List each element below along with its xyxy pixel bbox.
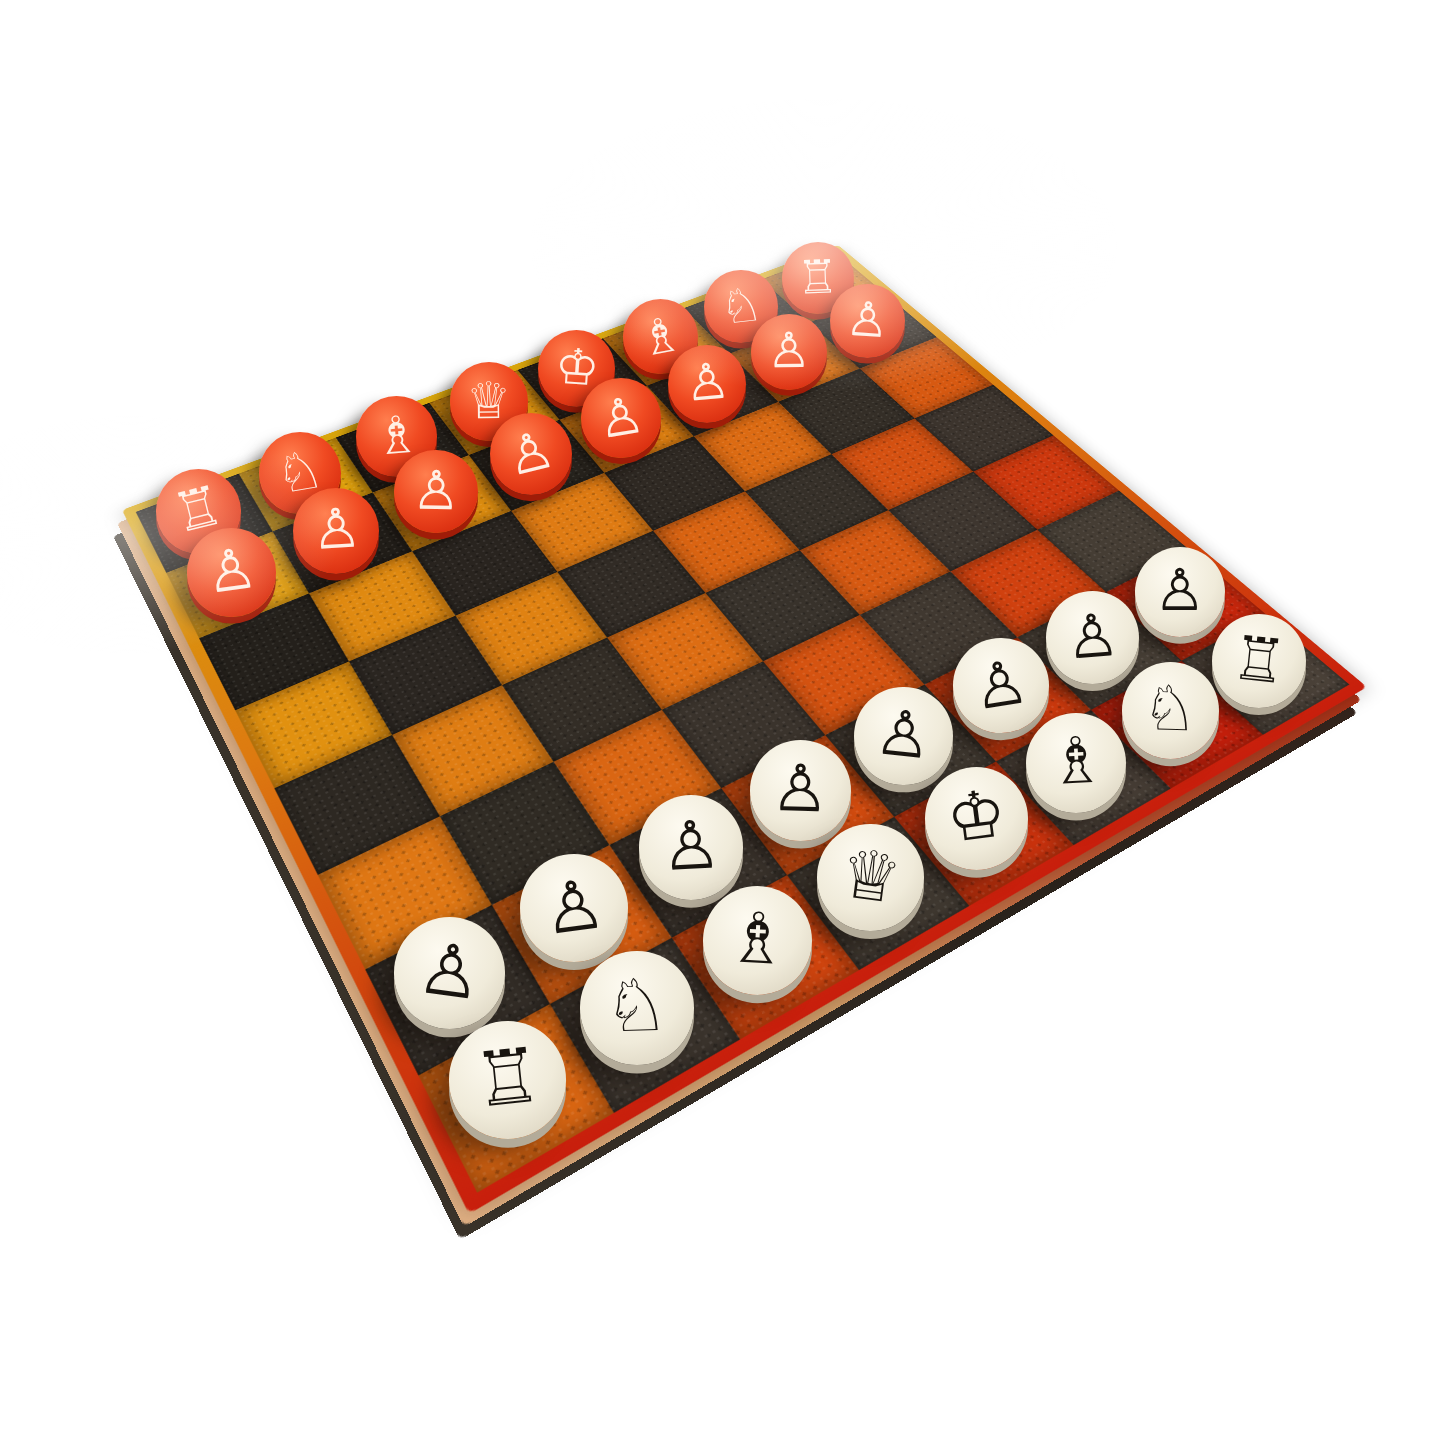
piece-red-pawn-e7[interactable]: ♙ — [581, 378, 661, 458]
pawn-icon: ♙ — [767, 326, 811, 375]
pawn-icon: ♙ — [594, 388, 648, 446]
pawn-icon: ♙ — [501, 422, 559, 484]
pawn-icon: ♙ — [683, 357, 732, 411]
piece-white-pawn-h2[interactable]: ♙ — [1135, 547, 1225, 637]
pawn-icon: ♙ — [413, 932, 486, 1011]
knight-icon: ♘ — [603, 969, 670, 1043]
bishop-icon: ♗ — [724, 902, 791, 975]
piece-white-knight-g1[interactable]: ♘ — [1122, 662, 1219, 759]
piece-red-pawn-h7[interactable]: ♙ — [830, 284, 904, 358]
rook-icon: ♖ — [797, 253, 840, 300]
piece-white-rook-a1[interactable]: ♖ — [449, 1021, 567, 1139]
piece-white-queen-d1[interactable]: ♕ — [817, 824, 923, 930]
piece-red-pawn-d7[interactable]: ♙ — [490, 413, 572, 495]
piece-red-pawn-f7[interactable]: ♙ — [668, 345, 746, 423]
king-icon: ♔ — [553, 341, 600, 393]
piece-red-pawn-b7[interactable]: ♙ — [293, 488, 379, 574]
king-icon: ♔ — [943, 781, 1010, 854]
piece-white-pawn-d2[interactable]: ♙ — [750, 740, 851, 841]
piece-white-bishop-f1[interactable]: ♗ — [1026, 713, 1126, 813]
piece-white-pawn-g2[interactable]: ♙ — [1046, 591, 1139, 684]
pawn-icon: ♙ — [202, 540, 260, 603]
knight-icon: ♘ — [717, 280, 764, 332]
pawn-icon: ♙ — [969, 650, 1033, 719]
pawn-icon: ♙ — [771, 756, 831, 822]
pawn-icon: ♙ — [412, 463, 461, 517]
piece-white-rook-h1[interactable]: ♖ — [1212, 614, 1306, 708]
queen-icon: ♕ — [466, 375, 512, 426]
pawn-icon: ♙ — [845, 295, 891, 346]
pawn-icon: ♙ — [1064, 605, 1122, 668]
bishop-icon: ♗ — [1046, 728, 1107, 795]
piece-white-king-e1[interactable]: ♔ — [925, 767, 1028, 870]
piece-white-pawn-f2[interactable]: ♙ — [953, 638, 1048, 733]
piece-red-pawn-a7[interactable]: ♙ — [187, 528, 275, 616]
rook-icon: ♖ — [470, 1037, 545, 1119]
pawn-icon: ♙ — [539, 869, 609, 945]
piece-white-pawn-b2[interactable]: ♙ — [520, 854, 628, 962]
rook-icon: ♖ — [1229, 627, 1289, 693]
piece-white-pawn-a2[interactable]: ♙ — [394, 917, 505, 1028]
piece-white-knight-b1[interactable]: ♘ — [580, 951, 694, 1065]
pawn-icon: ♙ — [1154, 562, 1206, 620]
piece-red-pawn-g7[interactable]: ♙ — [751, 314, 827, 390]
queen-icon: ♕ — [836, 838, 905, 913]
knight-icon: ♘ — [1141, 677, 1198, 741]
piece-red-pawn-c7[interactable]: ♙ — [394, 450, 478, 534]
photo-scene: ♖♘♗♕♔♗♘♖♙♙♙♙♙♙♙♙♙♙♙♙♙♙♙♙♖♘♗♕♔♗♘♖ — [0, 0, 1445, 1445]
pawn-icon: ♙ — [872, 701, 935, 769]
pawn-icon: ♙ — [659, 811, 722, 881]
pawn-icon: ♙ — [310, 501, 363, 559]
piece-white-pawn-c2[interactable]: ♙ — [639, 795, 743, 899]
piece-white-bishop-c1[interactable]: ♗ — [703, 886, 813, 996]
piece-white-pawn-e2[interactable]: ♙ — [854, 687, 952, 785]
